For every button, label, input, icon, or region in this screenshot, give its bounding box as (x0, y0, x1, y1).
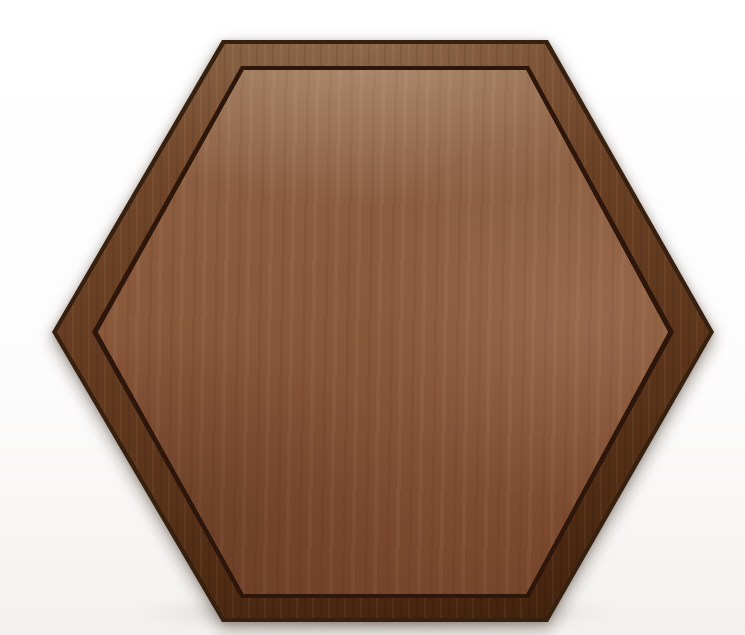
star-grid (0, 0, 745, 635)
board (0, 0, 745, 635)
chinese-checkers-board-photo (0, 0, 745, 635)
